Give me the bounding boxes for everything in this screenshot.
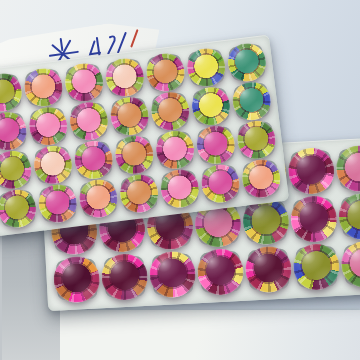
tray-cell (245, 200, 287, 242)
rhinestone-olive2 (338, 192, 360, 240)
rhinestone-palepink (32, 144, 74, 186)
tray-cell (106, 58, 144, 96)
rhinestone-copper (108, 95, 150, 137)
tray-cell (238, 121, 276, 159)
tray-cell (29, 107, 67, 145)
tray-cell (25, 68, 63, 106)
rhinestone-plumbright (196, 248, 244, 296)
rhinestone-pink (27, 105, 69, 147)
tray-cell (202, 165, 240, 203)
tray-cell (295, 246, 337, 288)
ink-stroke (61, 39, 63, 50)
rhinestone-peach (77, 177, 119, 219)
ink-stroke (116, 33, 128, 52)
tray-cell (104, 256, 146, 298)
tray-cell (151, 92, 189, 130)
rhinestone-copper (149, 90, 191, 132)
tray-cell (120, 175, 158, 213)
tray-cell (343, 243, 360, 285)
rhinestone-yellow (185, 46, 227, 88)
tray-cell (341, 195, 360, 237)
rhinestone-magenta (73, 139, 115, 181)
tray-cell (39, 185, 77, 223)
tray-cell (0, 190, 36, 228)
tray-cell (228, 44, 266, 82)
tray-cell (197, 126, 235, 164)
rhinestone-pinkmix (340, 240, 360, 288)
rhinestone-palepink (104, 56, 146, 98)
tray-cell (199, 251, 241, 293)
tray-cell (0, 151, 31, 189)
photo-canvas (0, 0, 360, 360)
rhinestone-copper (113, 134, 155, 176)
tray-cell (0, 73, 22, 111)
tray-cell (247, 248, 289, 290)
tray-cell (75, 141, 113, 179)
tray-cell (152, 253, 194, 295)
tray-cell (187, 48, 225, 86)
tray-cell (0, 112, 26, 150)
rhinestone-olive (235, 119, 277, 161)
rhinestone-pink (63, 61, 105, 103)
rhinestone-magenta (37, 182, 79, 224)
ink-stroke (106, 36, 117, 54)
tray-cell (161, 170, 199, 208)
tray-cell (79, 180, 117, 218)
rhinestone-olive (0, 149, 33, 191)
rhinestone-plum2 (100, 253, 148, 301)
rhinestone-copper (144, 51, 186, 93)
rhinestone-yellow (190, 85, 232, 127)
tray-cell (233, 82, 271, 120)
rhinestone-magenta (199, 162, 241, 204)
tray-cell (56, 258, 98, 300)
rhinestone-olive2 (292, 243, 340, 291)
tray-cell (338, 148, 360, 190)
rhinestone-pinkmix (335, 144, 360, 192)
rhinestone-pink (159, 167, 201, 209)
ink-stroke (129, 30, 139, 46)
tray-cell (70, 102, 108, 140)
rhinestone-plum2 (244, 245, 292, 293)
rhinestone-olive (0, 71, 24, 113)
tray-cell (65, 63, 103, 101)
rhinestone-plumbright (287, 147, 335, 195)
rhinestone-peach (240, 157, 282, 199)
rhinestone-copper (118, 172, 160, 214)
rhinestone-magenta (0, 110, 29, 152)
rhinestone-pink (68, 100, 110, 142)
tray-cell (34, 146, 72, 184)
rhinestone-teal (226, 41, 268, 83)
rhinestone-peach (22, 66, 64, 108)
tray-cell (147, 53, 185, 91)
tray-cell (242, 160, 280, 198)
tray-cell (115, 136, 153, 174)
rhinestone-magenta (195, 124, 237, 166)
rhinestone-olive (0, 187, 38, 229)
rhinestone-plumbright (290, 195, 338, 243)
tray-cell (293, 198, 335, 240)
rhinestone-teal (231, 80, 273, 122)
tray-cell (156, 131, 194, 169)
rhinestone-plumbright (148, 250, 196, 298)
tray-cell (290, 150, 332, 192)
rhinestone-plum (53, 255, 101, 303)
rhinestone-pink (154, 129, 196, 171)
tray-cell (192, 87, 230, 125)
tray-cell (111, 97, 149, 135)
